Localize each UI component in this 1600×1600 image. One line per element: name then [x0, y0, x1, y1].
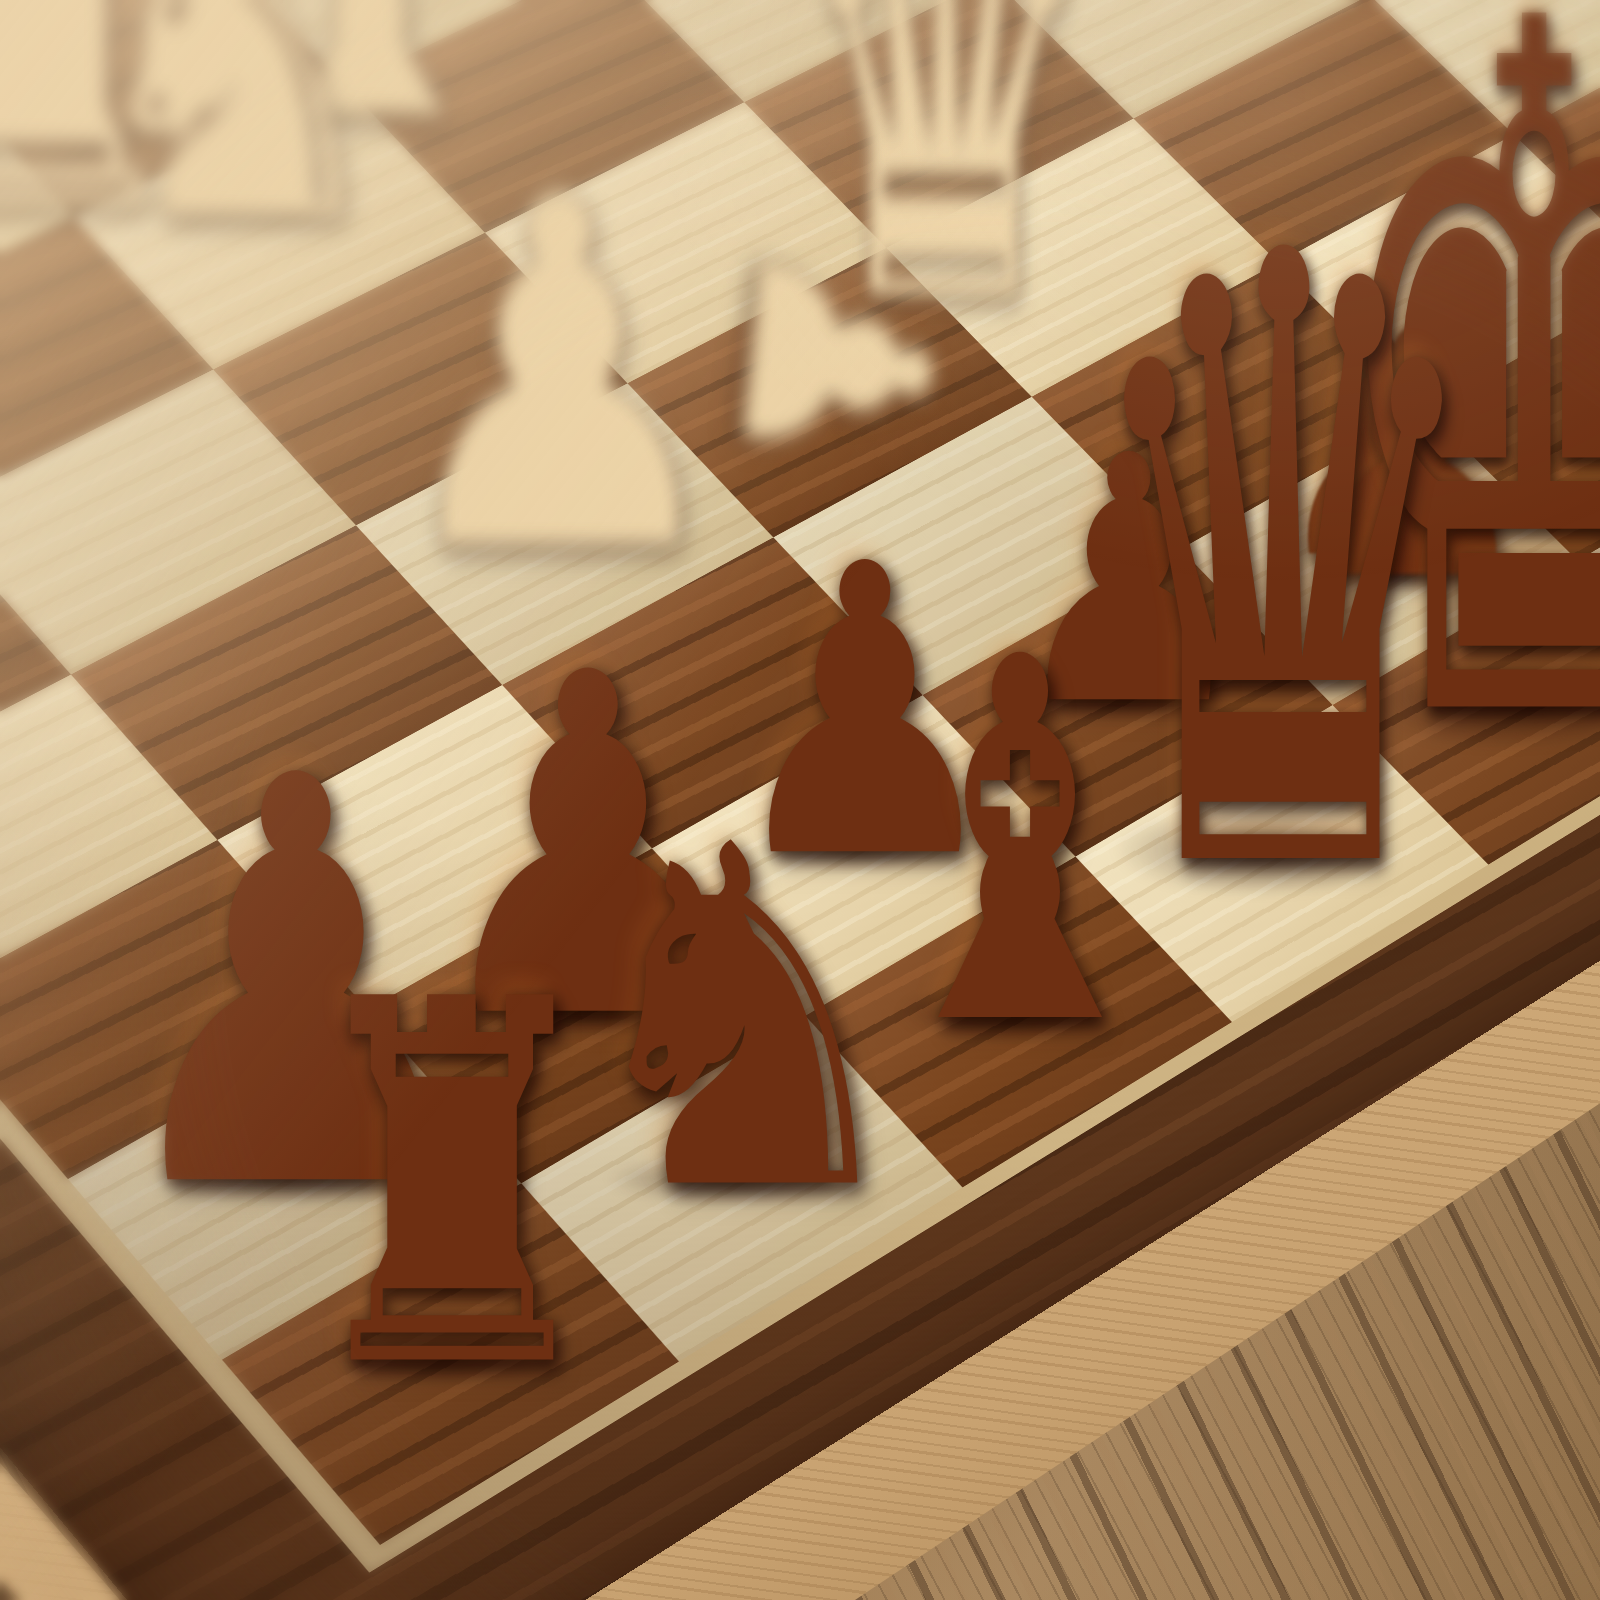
piece-white-pawn-b2: ♟ — [384, 137, 737, 617]
piece-black-knight-b8: ♞ — [564, 786, 922, 1256]
chessboard-photo: ♜♞♝♛♚♝♟♟♟♟♟♟♜♞♝♟♛♟ — [0, 0, 1600, 1600]
piece-black-rook-a8: ♜ — [291, 936, 614, 1436]
piece-white-knight-b1: ♞ — [70, 0, 401, 277]
piece-white-pawn-e2: ♟ — [702, 214, 974, 507]
